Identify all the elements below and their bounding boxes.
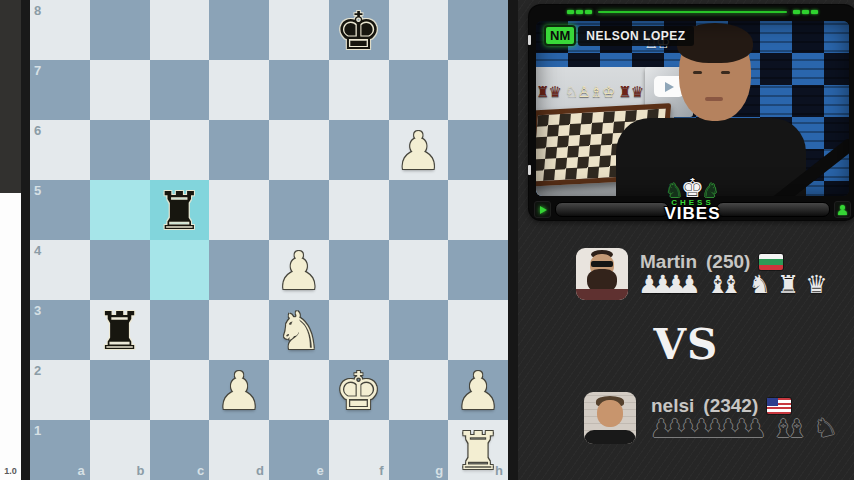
square-a3[interactable]: 3 [30,300,90,360]
captured-group: ♝♝ [772,414,799,443]
square-g6[interactable]: ♟ [389,120,449,180]
piece-white-pawn: ♟ [448,360,508,420]
rank-label-8: 8 [34,4,41,17]
square-a4[interactable]: 4 [30,240,90,300]
file-label-c: c [197,464,204,477]
file-label-e: e [317,464,324,477]
square-d5[interactable] [209,180,269,240]
square-f3[interactable] [329,300,389,360]
frame-green-line [598,11,787,13]
piece-black-rook: ♜ [90,300,150,360]
square-f7[interactable] [329,60,389,120]
rank-label-5: 5 [34,184,41,197]
bulgaria-flag-icon [759,254,783,270]
piece-white-knight: ♞ [269,300,329,360]
title-badge: NM [544,25,576,46]
logo-knight-right-icon: ♞ [702,177,719,203]
square-c4[interactable] [150,240,210,300]
square-b6[interactable] [90,120,150,180]
piece-white-rook: ♜ [448,420,508,480]
square-c6[interactable] [150,120,210,180]
chess-board[interactable]: 8♚76♟5♜4♟3♜♞2♟♚♟1abcdefgh♜ [30,0,508,480]
captured-group: ♝♝ [707,270,734,299]
webcam-video: ♖♔ ♜♛ ♘♙♗♔ ♜♛ [536,21,849,196]
file-label-a: a [78,464,85,477]
green-play-indicator-icon [534,201,551,218]
square-d4[interactable] [209,240,269,300]
frame-tick [528,35,531,45]
square-h5[interactable] [448,180,508,240]
square-g7[interactable] [389,60,449,120]
square-e3[interactable]: ♞ [269,300,329,360]
usa-flag-icon [767,398,791,414]
square-b5[interactable] [90,180,150,240]
piece-white-pawn: ♟ [209,360,269,420]
stream-side-panel: ♖♔ ♜♛ ♘♙♗♔ ♜♛ [508,0,854,480]
square-g3[interactable] [389,300,449,360]
frame-top-bar [595,9,790,16]
square-b2[interactable] [90,360,150,420]
square-g2[interactable] [389,360,449,420]
square-f6[interactable] [329,120,389,180]
file-label-b: b [137,464,145,477]
square-a1[interactable]: 1a [30,420,90,480]
square-e4[interactable]: ♟ [269,240,329,300]
square-h7[interactable] [448,60,508,120]
square-e7[interactable] [269,60,329,120]
square-a2[interactable]: 2 [30,360,90,420]
square-f2[interactable]: ♚ [329,360,389,420]
bottom-bar-slot-right [716,202,830,217]
rank-label-6: 6 [34,124,41,137]
square-d2[interactable]: ♟ [209,360,269,420]
square-h3[interactable] [448,300,508,360]
square-f5[interactable] [329,180,389,240]
square-f4[interactable] [329,240,389,300]
square-a5[interactable]: 5 [30,180,90,240]
eval-black-portion [0,0,21,193]
piece-black-king: ♚ [329,0,389,60]
square-d6[interactable] [209,120,269,180]
green-dashes-left [567,10,592,14]
streamer-name: NELSON LOPEZ [578,26,693,46]
captured-group: ♞ [811,415,830,443]
vs-label: VS [518,320,854,369]
rank-label-4: 4 [34,244,41,257]
square-e1[interactable]: e [269,420,329,480]
square-d8[interactable] [209,0,269,60]
webcam-frame: ♖♔ ♜♛ ♘♙♗♔ ♜♛ [529,5,854,220]
square-g4[interactable] [389,240,449,300]
square-g1[interactable]: g [389,420,449,480]
file-label-g: g [435,464,443,477]
square-f1[interactable]: f [329,420,389,480]
square-b7[interactable] [90,60,150,120]
chess-vibes-logo: ♞♚♞ CHESS VIBES [664,175,720,222]
square-c5[interactable]: ♜ [150,180,210,240]
avatar-nelsi [584,392,636,444]
square-e8[interactable] [269,0,329,60]
square-b1[interactable]: b [90,420,150,480]
square-h4[interactable] [448,240,508,300]
file-label-d: d [256,464,264,477]
logo-text-vibes: VIBES [664,206,720,222]
square-h8[interactable] [448,0,508,60]
square-c3[interactable] [150,300,210,360]
square-c1[interactable]: c [150,420,210,480]
square-a8[interactable]: 8 [30,0,90,60]
square-g5[interactable] [389,180,449,240]
captured-pieces-bottom: ♟♟♟♟♟♟♟♟♝♝♞ [650,416,828,442]
vignette [536,21,849,196]
square-g8[interactable] [389,0,449,60]
square-b3[interactable]: ♜ [90,300,150,360]
square-d3[interactable] [209,300,269,360]
sunglasses [591,261,613,267]
captured-pieces-top: ♟♟♟♟♝♝♞♜♛ [638,272,819,298]
square-a7[interactable]: 7 [30,60,90,120]
captured-group: ♞ [748,270,761,299]
square-h1[interactable]: h♜ [448,420,508,480]
square-h2[interactable]: ♟ [448,360,508,420]
square-e6[interactable] [269,120,329,180]
square-b4[interactable] [90,240,150,300]
eval-white-portion: 1.0 [0,193,21,480]
square-c2[interactable] [150,360,210,420]
green-person-indicator-icon [834,201,851,218]
evaluation-bar: 1.0 [0,0,21,480]
square-f8[interactable]: ♚ [329,0,389,60]
piece-black-rook: ♜ [150,180,210,240]
board-gutter [21,0,30,480]
bottom-bar-slot-left [555,202,669,217]
file-label-f: f [379,464,383,477]
square-c7[interactable] [150,60,210,120]
piece-white-pawn: ♟ [269,240,329,300]
frame-tick [528,165,531,175]
square-e5[interactable] [269,180,329,240]
rank-label-1: 1 [34,424,41,437]
eval-value: 1.0 [0,466,21,476]
captured-group: ♜ [777,270,790,299]
rank-label-7: 7 [34,64,41,77]
square-d1[interactable]: d [209,420,269,480]
streamer-name-badge: NM NELSON LOPEZ [544,25,694,46]
green-dashes-right [793,10,818,14]
square-a6[interactable]: 6 [30,120,90,180]
rank-label-3: 3 [34,304,41,317]
avatar-martin [576,248,628,300]
captured-group: ♟♟♟♟ [638,270,692,299]
square-e2[interactable] [269,360,329,420]
stream-screen: 1.0 8♚76♟5♜4♟3♜♞2♟♚♟1abcdefgh♜ [0,0,854,480]
captured-group: ♟♟♟♟♟♟♟♟ [650,414,757,443]
piece-white-pawn: ♟ [389,120,449,180]
square-d7[interactable] [209,60,269,120]
square-c8[interactable] [150,0,210,60]
piece-white-king: ♚ [329,360,389,420]
square-h6[interactable] [448,120,508,180]
rank-label-2: 2 [34,364,41,377]
square-b8[interactable] [90,0,150,60]
captured-group: ♛ [805,270,818,299]
